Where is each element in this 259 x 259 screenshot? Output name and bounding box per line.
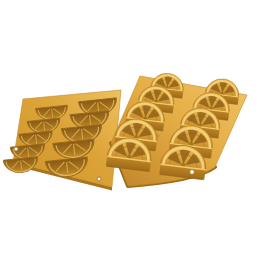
product-photo	[0, 0, 259, 259]
scene-svg	[0, 0, 259, 259]
mold-left-corner-hole	[97, 177, 101, 181]
mold-left-corner-hole	[14, 147, 18, 151]
mold-right-corner-hole	[190, 170, 195, 175]
